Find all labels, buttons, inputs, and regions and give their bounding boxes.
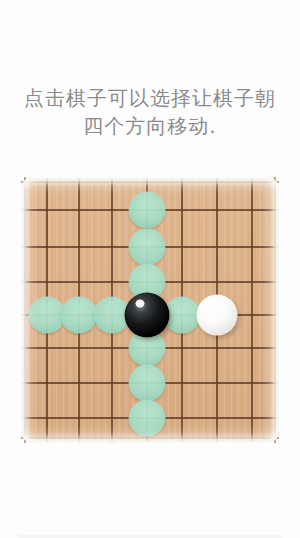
white-stone[interactable] [197,295,238,336]
grid-line [24,177,26,443]
move-indicator-dot[interactable] [129,229,166,266]
grid-line [251,177,253,443]
game-board [21,177,279,443]
move-indicator-dot[interactable] [61,297,98,334]
tutorial-text-line2: 四个方向移动. [0,112,300,140]
grid-line [21,437,279,439]
move-indicator-dot[interactable] [129,192,166,229]
tutorial-text: 点击棋子可以选择让棋子朝 四个方向移动. [0,84,300,140]
move-indicator-dot[interactable] [129,365,166,402]
black-stone[interactable] [125,293,170,338]
grid-line [274,177,276,443]
grid-line [21,181,279,183]
tutorial-text-line1: 点击棋子可以选择让棋子朝 [0,84,300,112]
move-indicator-dot[interactable] [129,400,166,437]
